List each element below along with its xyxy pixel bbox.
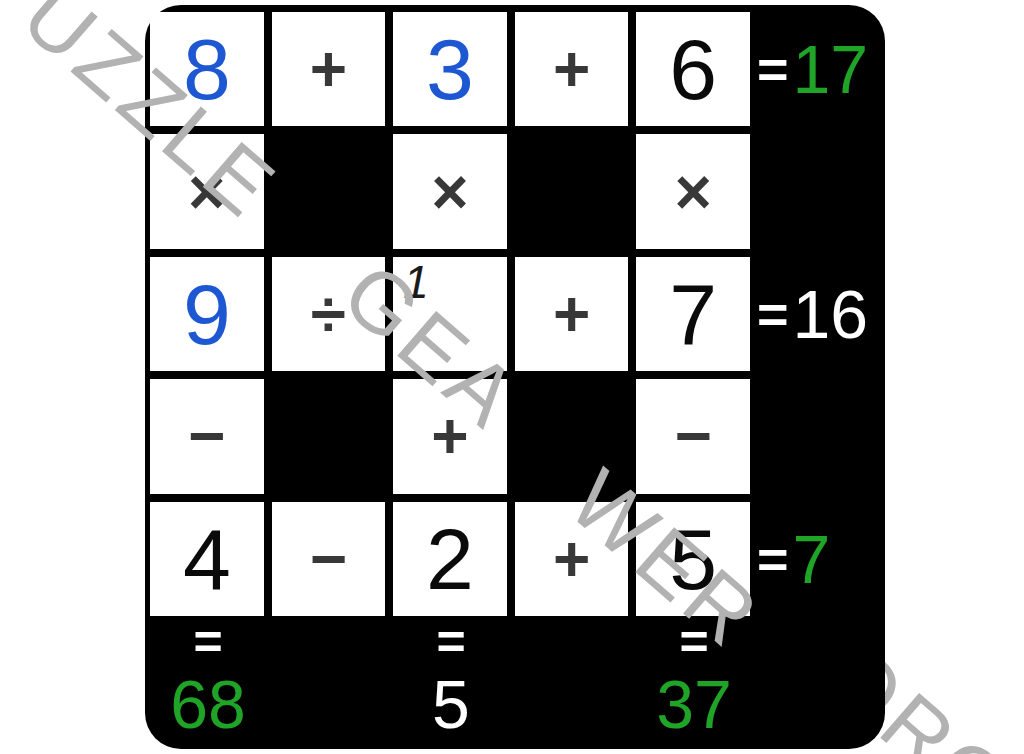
digit-1-3: 3 — [426, 26, 474, 112]
operator-4-5: − — [675, 404, 712, 468]
cell-r5c1[interactable]: 4 — [150, 502, 264, 616]
col-target-1-value: 68 — [128, 670, 288, 738]
operator-4-3: + — [431, 404, 468, 468]
cell-r3c4[interactable]: + — [515, 257, 629, 371]
row-target-3: = 16 — [757, 254, 868, 374]
col-target-3: = 5 — [371, 617, 531, 738]
cell-r5c2[interactable]: − — [272, 502, 386, 616]
cell-r1c4[interactable]: + — [515, 12, 629, 126]
cell-r2c1[interactable]: × — [150, 134, 264, 248]
operator-4-1: − — [188, 404, 225, 468]
equals-sign: = — [614, 617, 774, 667]
equals-sign: = — [757, 287, 789, 341]
pencil-mark: 1 — [403, 257, 429, 308]
cell-r4c5[interactable]: − — [636, 379, 750, 493]
operator-5-4: + — [553, 527, 590, 591]
col-target-1: = 68 — [128, 617, 288, 738]
row-target-3-value: 16 — [793, 280, 869, 348]
digit-5-3: 2 — [426, 516, 474, 602]
cell-r1c1[interactable]: 8 — [150, 12, 264, 126]
digit-1-5: 6 — [669, 26, 717, 112]
equals-sign: = — [757, 42, 789, 96]
operator-1-2: + — [310, 37, 347, 101]
digit-1-1: 8 — [183, 26, 231, 112]
cell-r3c3[interactable]: 1 — [393, 257, 507, 371]
col-target-3-value: 5 — [371, 670, 531, 738]
cell-r5c4[interactable]: + — [515, 502, 629, 616]
puzzle-board: 8+3+6×××9÷1+7−+−4−2+5 = 17 = 16 = 7 = 68… — [145, 5, 885, 749]
equals-sign: = — [757, 532, 789, 586]
puzzle-grid: 8+3+6×××9÷1+7−+−4−2+5 — [150, 12, 750, 616]
operator-5-2: − — [310, 527, 347, 591]
row-target-5-value: 7 — [793, 525, 831, 593]
row-target-5: = 7 — [757, 499, 830, 619]
cell-r1c2[interactable]: + — [272, 12, 386, 126]
digit-5-1: 4 — [183, 516, 231, 602]
cell-r4c3[interactable]: + — [393, 379, 507, 493]
cell-r1c3[interactable]: 3 — [393, 12, 507, 126]
cell-r5c3[interactable]: 2 — [393, 502, 507, 616]
cell-r3c1[interactable]: 9 — [150, 257, 264, 371]
row-target-1-value: 17 — [793, 35, 869, 103]
blocked-cell — [515, 134, 629, 248]
digit-3-5: 7 — [669, 271, 717, 357]
blocked-cell — [515, 379, 629, 493]
operator-2-3: × — [431, 160, 468, 224]
cell-r4c1[interactable]: − — [150, 379, 264, 493]
operator-2-1: × — [188, 160, 225, 224]
operator-2-5: × — [675, 160, 712, 224]
cell-r3c2[interactable]: ÷ — [272, 257, 386, 371]
cell-r3c5[interactable]: 7 — [636, 257, 750, 371]
equals-sign: = — [371, 617, 531, 667]
operator-3-2: ÷ — [311, 282, 346, 346]
col-target-5-value: 37 — [614, 670, 774, 738]
cell-r1c5[interactable]: 6 — [636, 12, 750, 126]
blocked-cell — [272, 134, 386, 248]
operator-1-4: + — [553, 37, 590, 101]
operator-3-4: + — [553, 282, 590, 346]
cell-r5c5[interactable]: 5 — [636, 502, 750, 616]
digit-5-5: 5 — [669, 516, 717, 602]
blocked-cell — [272, 379, 386, 493]
equals-sign: = — [128, 617, 288, 667]
row-target-1: = 17 — [757, 9, 868, 129]
col-target-5: = 37 — [614, 617, 774, 738]
cell-r2c5[interactable]: × — [636, 134, 750, 248]
cell-r2c3[interactable]: × — [393, 134, 507, 248]
digit-3-1: 9 — [183, 271, 231, 357]
